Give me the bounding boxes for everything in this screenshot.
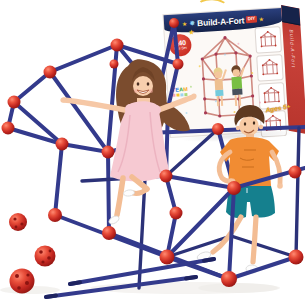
loose-ball <box>10 269 35 294</box>
fort-frame-front <box>160 166 306 288</box>
fort-scene <box>0 0 305 300</box>
loose-ball <box>35 246 56 267</box>
girl-leg <box>117 178 123 215</box>
loose-ball <box>9 213 27 231</box>
product-photo: ★ ✸ Build-A-Fort DIY ★ 140 Pcs Set ★ <box>0 0 305 300</box>
boy-leg <box>213 217 241 252</box>
girl <box>60 59 196 225</box>
boy-right-arm <box>272 152 280 184</box>
girl-shoe <box>123 189 135 196</box>
ball-connectors-back <box>2 18 225 240</box>
boy-leg <box>253 217 256 262</box>
